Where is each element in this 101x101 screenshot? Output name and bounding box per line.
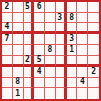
cell-r8c6[interactable] — [56, 78, 67, 89]
cell-r4c6[interactable] — [56, 34, 67, 45]
cell-r1c7[interactable] — [67, 2, 78, 13]
cell-r2c5[interactable] — [45, 13, 56, 24]
cell-r8c3[interactable] — [24, 78, 35, 89]
sudoku-board: 25638473812542841 — [0, 0, 101, 101]
cell-r3c2[interactable] — [13, 23, 24, 34]
cell-r5c6[interactable] — [56, 45, 67, 56]
cell-r2c3[interactable] — [24, 13, 35, 24]
cell-r6c7[interactable] — [67, 56, 78, 67]
cell-r5c7[interactable]: 1 — [67, 45, 78, 56]
cell-r7c3[interactable] — [24, 67, 35, 78]
cell-r9c2[interactable]: 1 — [13, 88, 24, 99]
cell-r3c7[interactable] — [67, 23, 78, 34]
cell-r6c8[interactable] — [77, 56, 88, 67]
cell-r8c9[interactable] — [88, 78, 99, 89]
cell-r3c9[interactable] — [88, 23, 99, 34]
cell-r5c1[interactable] — [2, 45, 13, 56]
cell-r1c1[interactable]: 2 — [2, 2, 13, 13]
cell-r3c3[interactable] — [24, 23, 35, 34]
cell-r9c4[interactable] — [34, 88, 45, 99]
cell-r6c3[interactable]: 2 — [24, 56, 35, 67]
cell-r2c6[interactable]: 3 — [56, 13, 67, 24]
cell-r4c2[interactable] — [13, 34, 24, 45]
cell-r4c3[interactable] — [24, 34, 35, 45]
cell-r6c2[interactable] — [13, 56, 24, 67]
cell-r9c7[interactable] — [67, 88, 78, 99]
cell-r7c5[interactable] — [45, 67, 56, 78]
cell-r8c2[interactable]: 8 — [13, 78, 24, 89]
cell-r5c5[interactable]: 8 — [45, 45, 56, 56]
cell-r4c1[interactable]: 7 — [2, 34, 13, 45]
cell-r3c1[interactable]: 4 — [2, 23, 13, 34]
cell-r3c6[interactable] — [56, 23, 67, 34]
cell-r9c3[interactable] — [24, 88, 35, 99]
cell-r6c5[interactable] — [45, 56, 56, 67]
cell-r3c8[interactable] — [77, 23, 88, 34]
cell-r2c2[interactable] — [13, 13, 24, 24]
cell-r4c9[interactable] — [88, 34, 99, 45]
cell-r2c8[interactable] — [77, 13, 88, 24]
cell-r7c7[interactable] — [67, 67, 78, 78]
cell-r3c4[interactable] — [34, 23, 45, 34]
cell-r1c2[interactable] — [13, 2, 24, 13]
cell-r9c8[interactable] — [77, 88, 88, 99]
cell-r2c7[interactable]: 8 — [67, 13, 78, 24]
cell-r4c5[interactable] — [45, 34, 56, 45]
cell-r6c6[interactable] — [56, 56, 67, 67]
cell-r1c4[interactable]: 6 — [34, 2, 45, 13]
cell-r5c9[interactable] — [88, 45, 99, 56]
cell-r9c5[interactable] — [45, 88, 56, 99]
cell-r9c6[interactable] — [56, 88, 67, 99]
cell-r9c1[interactable] — [2, 88, 13, 99]
cell-r7c2[interactable] — [13, 67, 24, 78]
cell-r4c4[interactable] — [34, 34, 45, 45]
cell-r7c8[interactable] — [77, 67, 88, 78]
cell-r6c4[interactable]: 5 — [34, 56, 45, 67]
cell-r3c5[interactable] — [45, 23, 56, 34]
cell-r7c6[interactable] — [56, 67, 67, 78]
cell-r7c9[interactable]: 2 — [88, 67, 99, 78]
cell-r7c4[interactable]: 4 — [34, 67, 45, 78]
cell-r2c4[interactable] — [34, 13, 45, 24]
cell-r8c5[interactable] — [45, 78, 56, 89]
cell-r1c6[interactable] — [56, 2, 67, 13]
cell-r8c1[interactable] — [2, 78, 13, 89]
cell-r8c7[interactable] — [67, 78, 78, 89]
cell-r5c2[interactable] — [13, 45, 24, 56]
cell-r1c5[interactable] — [45, 2, 56, 13]
cell-r4c7[interactable]: 3 — [67, 34, 78, 45]
cell-r8c8[interactable]: 4 — [77, 78, 88, 89]
cell-r1c9[interactable] — [88, 2, 99, 13]
cell-r2c9[interactable] — [88, 13, 99, 24]
cell-r1c3[interactable]: 5 — [24, 2, 35, 13]
cell-r8c4[interactable] — [34, 78, 45, 89]
cell-r1c8[interactable] — [77, 2, 88, 13]
cell-r7c1[interactable] — [2, 67, 13, 78]
cell-r9c9[interactable] — [88, 88, 99, 99]
cell-r6c1[interactable] — [2, 56, 13, 67]
cell-r6c9[interactable] — [88, 56, 99, 67]
cell-r4c8[interactable] — [77, 34, 88, 45]
cell-r5c8[interactable] — [77, 45, 88, 56]
